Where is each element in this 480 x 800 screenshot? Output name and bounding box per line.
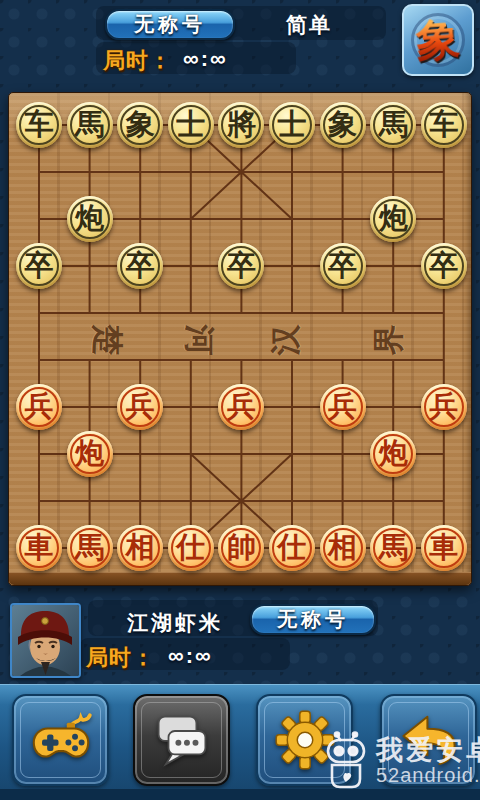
player-time-label: 局时： — [86, 643, 155, 673]
piece-glyph: 仕 — [278, 533, 307, 562]
red-piece-車[interactable]: 車 — [16, 525, 62, 571]
piece-glyph: 兵 — [126, 392, 155, 421]
watermark-url: 52android.com — [376, 765, 480, 786]
piece-glyph: 馬 — [75, 533, 104, 562]
app-logo-icon[interactable]: 象 — [402, 4, 474, 76]
red-piece-仕[interactable]: 仕 — [269, 525, 315, 571]
river-character: 河 — [178, 322, 220, 358]
piece-glyph: 卒 — [429, 251, 458, 280]
black-piece-炮[interactable]: 炮 — [67, 196, 113, 242]
player-badge-button[interactable]: 无称号 — [250, 604, 376, 635]
piece-glyph: 帥 — [227, 533, 256, 562]
black-piece-车[interactable]: 车 — [16, 102, 62, 148]
river-character: 界 — [368, 322, 410, 358]
player-badge-label: 无称号 — [277, 606, 349, 633]
piece-glyph: 車 — [429, 533, 458, 562]
red-piece-馬[interactable]: 馬 — [370, 525, 416, 571]
piece-glyph: 兵 — [25, 392, 54, 421]
piece-glyph: 車 — [25, 533, 54, 562]
black-piece-卒[interactable]: 卒 — [320, 243, 366, 289]
black-piece-士[interactable]: 士 — [269, 102, 315, 148]
piece-glyph: 卒 — [328, 251, 357, 280]
black-piece-象[interactable]: 象 — [320, 102, 366, 148]
player-avatar[interactable] — [10, 603, 81, 678]
piece-glyph: 馬 — [379, 110, 408, 139]
player-time-value: ∞:∞ — [168, 643, 213, 669]
river-character: 汉 — [265, 322, 307, 358]
black-piece-象[interactable]: 象 — [117, 102, 163, 148]
piece-glyph: 象 — [328, 110, 357, 139]
player-avatar-image — [12, 605, 79, 676]
watermark-robot-icon — [322, 731, 370, 791]
red-piece-兵[interactable]: 兵 — [421, 384, 467, 430]
red-piece-車[interactable]: 車 — [421, 525, 467, 571]
red-piece-馬[interactable]: 馬 — [67, 525, 113, 571]
piece-glyph: 馬 — [379, 533, 408, 562]
river-character: 楚 — [86, 322, 128, 358]
red-piece-相[interactable]: 相 — [117, 525, 163, 571]
watermark-title: 我爱安卓 — [376, 736, 480, 764]
opponent-badge-label: 无称号 — [134, 11, 206, 38]
piece-glyph: 士 — [176, 110, 205, 139]
piece-glyph: 卒 — [126, 251, 155, 280]
red-piece-兵[interactable]: 兵 — [117, 384, 163, 430]
piece-glyph: 相 — [126, 533, 155, 562]
player-name: 江湖虾米 — [127, 609, 223, 637]
piece-glyph: 兵 — [227, 392, 256, 421]
red-piece-相[interactable]: 相 — [320, 525, 366, 571]
piece-glyph: 炮 — [75, 204, 104, 233]
piece-glyph: 將 — [227, 110, 256, 139]
piece-glyph: 相 — [328, 533, 357, 562]
black-piece-卒[interactable]: 卒 — [421, 243, 467, 289]
piece-glyph: 卒 — [25, 251, 54, 280]
piece-glyph: 士 — [278, 110, 307, 139]
piece-glyph: 车 — [429, 110, 458, 139]
chat-button[interactable] — [133, 694, 230, 786]
game-menu-button[interactable] — [12, 694, 109, 786]
top-time-label: 局时： — [103, 46, 172, 76]
opponent-badge-button[interactable]: 无称号 — [105, 9, 235, 40]
piece-glyph: 兵 — [429, 392, 458, 421]
piece-glyph: 馬 — [75, 110, 104, 139]
black-piece-馬[interactable]: 馬 — [67, 102, 113, 148]
black-piece-卒[interactable]: 卒 — [16, 243, 62, 289]
xiangqi-app-screen: 无称号 简单 局时： ∞:∞ 象 楚河汉界 车馬象士將士象馬车炮炮卒卒卒卒卒兵兵… — [0, 0, 480, 800]
watermark: 我爱安卓 52android.com — [322, 731, 480, 791]
piece-glyph: 卒 — [227, 251, 256, 280]
piece-glyph: 仕 — [176, 533, 205, 562]
red-piece-炮[interactable]: 炮 — [370, 431, 416, 477]
gamepad-icon — [28, 711, 94, 769]
piece-glyph: 象 — [126, 110, 155, 139]
red-piece-兵[interactable]: 兵 — [320, 384, 366, 430]
app-logo-character: 象 — [415, 17, 462, 64]
piece-glyph: 炮 — [379, 439, 408, 468]
red-piece-兵[interactable]: 兵 — [16, 384, 62, 430]
chat-icon — [153, 713, 211, 767]
red-piece-仕[interactable]: 仕 — [168, 525, 214, 571]
piece-glyph: 车 — [25, 110, 54, 139]
black-piece-炮[interactable]: 炮 — [370, 196, 416, 242]
black-piece-车[interactable]: 车 — [421, 102, 467, 148]
black-piece-馬[interactable]: 馬 — [370, 102, 416, 148]
black-piece-士[interactable]: 士 — [168, 102, 214, 148]
red-piece-炮[interactable]: 炮 — [67, 431, 113, 477]
difficulty-label: 简单 — [286, 11, 332, 39]
xiangqi-board[interactable]: 楚河汉界 车馬象士將士象馬车炮炮卒卒卒卒卒兵兵兵兵兵炮炮車馬相仕帥仕相馬車 — [8, 92, 472, 586]
top-time-value: ∞:∞ — [183, 46, 228, 72]
piece-glyph: 兵 — [328, 392, 357, 421]
piece-glyph: 炮 — [75, 439, 104, 468]
black-piece-卒[interactable]: 卒 — [117, 243, 163, 289]
piece-glyph: 炮 — [379, 204, 408, 233]
